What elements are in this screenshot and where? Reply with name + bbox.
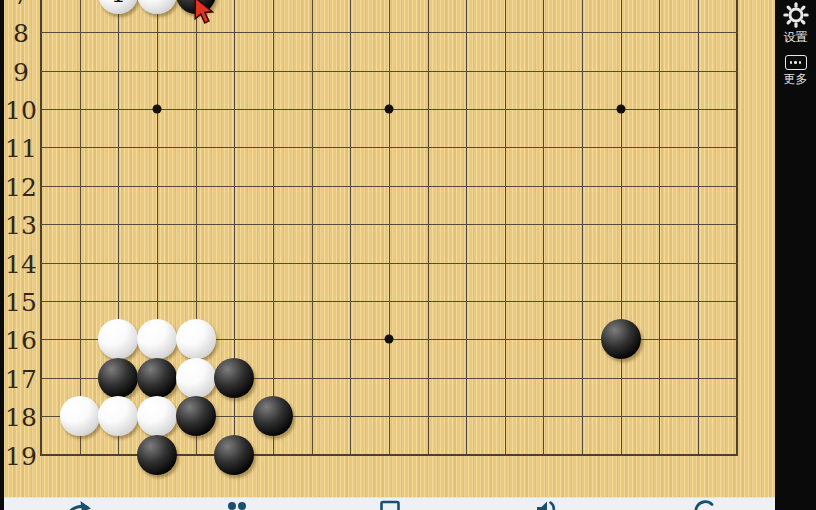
row-label: 11 [4,136,38,161]
grid-vline [428,0,429,455]
grid-hline [40,186,738,187]
stone-white[interactable] [137,0,177,14]
square-board-icon [376,499,404,510]
row-label: 9 [4,59,38,84]
stone-black[interactable] [176,396,216,436]
more-label: 更多 [784,73,808,86]
stone-black[interactable] [137,358,177,398]
settings-label: 设置 [784,31,808,44]
stone-white[interactable] [137,396,177,436]
grid-hline [40,147,738,148]
grid-hline [40,71,738,72]
app-screen: 789101112131415161718191 [0,0,816,510]
row-label: 15 [4,290,38,315]
curved-arrow-icon [64,499,92,510]
bottom-toolbar [4,497,775,510]
move-number-label: 1 [98,0,138,14]
go-board[interactable]: 789101112131415161718191 [4,0,775,497]
row-label: 13 [4,213,38,238]
stone-white[interactable] [176,319,216,359]
row-label: 14 [4,251,38,276]
star-point [384,335,393,344]
row-label: 12 [4,174,38,199]
more-button[interactable]: 更多 [775,55,816,86]
circular-arrow-icon [689,499,717,510]
grid-vline [698,0,699,455]
row-label: 16 [4,328,38,353]
row-label: 17 [4,366,38,391]
right-sidebar: 设置 更多 [775,0,816,510]
grid-hline [40,263,738,264]
row-label: 10 [4,98,38,123]
grid-hline [40,32,738,33]
mouse-cursor-icon [193,0,217,31]
settings-button[interactable]: 设置 [775,2,816,44]
stone-black[interactable] [253,396,293,436]
stone-white[interactable] [60,396,100,436]
row-label: 8 [4,21,38,46]
stone-white[interactable] [176,358,216,398]
row-label: 19 [4,443,38,468]
speaker-icon [533,499,561,510]
ellipsis-icon [785,55,807,70]
grid-vline [350,0,351,455]
curved-arrow-button[interactable] [64,499,92,510]
stone-white[interactable] [98,319,138,359]
grid-vline [80,0,81,455]
gear-icon [783,2,809,28]
stone-white[interactable]: 1 [98,0,138,14]
star-point [616,105,625,114]
stone-black[interactable] [601,319,641,359]
star-point [384,105,393,114]
stone-white[interactable] [98,396,138,436]
grid-vline [389,0,390,455]
two-players-icon [223,499,251,510]
stone-black[interactable] [137,435,177,475]
row-label: 18 [4,405,38,430]
star-point [152,105,161,114]
square-board-button[interactable] [376,499,404,510]
stone-black[interactable] [98,358,138,398]
grid-vline [466,0,467,455]
grid-vline [582,0,583,455]
grid-vline [505,0,506,455]
restart-button[interactable] [689,499,717,510]
stone-black[interactable] [214,435,254,475]
two-players-button[interactable] [223,499,251,510]
grid-vline [543,0,544,455]
sound-button[interactable] [533,499,561,510]
grid-vline [621,0,622,455]
grid-vline [40,0,42,455]
grid-hline [40,301,738,302]
stone-black[interactable] [214,358,254,398]
row-label: 7 [4,0,38,7]
stone-white[interactable] [137,319,177,359]
grid-vline [659,0,660,455]
grid-hline [40,224,738,225]
grid-vline [312,0,313,455]
grid-vline [736,0,738,455]
grid-vline [273,0,274,455]
